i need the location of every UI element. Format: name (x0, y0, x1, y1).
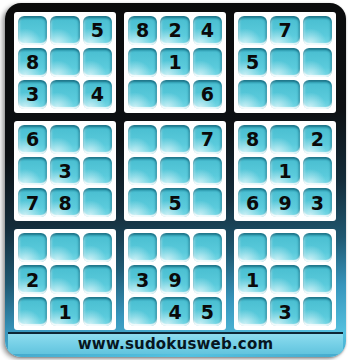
cell-r7c2[interactable] (50, 233, 79, 262)
cell-r6c5[interactable]: 5 (160, 188, 189, 217)
cell-r5c8[interactable]: 1 (270, 157, 299, 186)
cell-r3c9[interactable] (303, 80, 332, 109)
cell-r5c5[interactable] (160, 157, 189, 186)
box-r1c2: 82416 (124, 12, 226, 113)
cell-r4c5[interactable] (160, 125, 189, 154)
cell-r1c2[interactable] (50, 16, 79, 45)
cell-r9c8[interactable]: 3 (270, 297, 299, 326)
cell-r5c1[interactable] (18, 157, 47, 186)
cell-r7c7[interactable] (238, 233, 267, 262)
cell-r4c2[interactable] (50, 125, 79, 154)
sudoku-board-frame: 5834824167563787582169321394513 www.sudo… (5, 3, 346, 357)
cell-r3c3[interactable]: 4 (83, 80, 112, 109)
cell-r2c2[interactable] (50, 48, 79, 77)
footer-bar: www.sudokusweb.com (8, 332, 343, 354)
cell-r5c3[interactable] (83, 157, 112, 186)
cell-r3c6[interactable]: 6 (193, 80, 222, 109)
cell-r8c7[interactable]: 1 (238, 265, 267, 294)
cell-r4c8[interactable] (270, 125, 299, 154)
cell-r9c1[interactable] (18, 297, 47, 326)
cell-r5c7[interactable] (238, 157, 267, 186)
box-r2c3: 821693 (234, 121, 336, 222)
cell-r1c9[interactable] (303, 16, 332, 45)
cell-r2c5[interactable]: 1 (160, 48, 189, 77)
box-r2c2: 75 (124, 121, 226, 222)
cell-r6c8[interactable]: 9 (270, 188, 299, 217)
cell-r8c3[interactable] (83, 265, 112, 294)
cell-r2c8[interactable] (270, 48, 299, 77)
cell-r3c8[interactable] (270, 80, 299, 109)
cell-r6c9[interactable]: 3 (303, 188, 332, 217)
cell-r4c1[interactable]: 6 (18, 125, 47, 154)
cell-r1c7[interactable] (238, 16, 267, 45)
cell-r3c1[interactable]: 3 (18, 80, 47, 109)
cell-r5c4[interactable] (128, 157, 157, 186)
cell-r3c7[interactable] (238, 80, 267, 109)
cell-r9c9[interactable] (303, 297, 332, 326)
cell-r1c6[interactable]: 4 (193, 16, 222, 45)
cell-r7c5[interactable] (160, 233, 189, 262)
cell-r2c9[interactable] (303, 48, 332, 77)
cell-r3c2[interactable] (50, 80, 79, 109)
cell-r2c6[interactable] (193, 48, 222, 77)
cell-r8c8[interactable] (270, 265, 299, 294)
cell-r8c1[interactable]: 2 (18, 265, 47, 294)
cell-r2c1[interactable]: 8 (18, 48, 47, 77)
cell-r4c3[interactable] (83, 125, 112, 154)
cell-r9c6[interactable]: 5 (193, 297, 222, 326)
cell-r7c6[interactable] (193, 233, 222, 262)
cell-r5c2[interactable]: 3 (50, 157, 79, 186)
cell-r3c4[interactable] (128, 80, 157, 109)
cell-r2c4[interactable] (128, 48, 157, 77)
cell-r3c5[interactable] (160, 80, 189, 109)
cell-r9c2[interactable]: 1 (50, 297, 79, 326)
website-label: www.sudokusweb.com (78, 335, 273, 353)
cell-r7c3[interactable] (83, 233, 112, 262)
cell-r8c2[interactable] (50, 265, 79, 294)
cell-r4c7[interactable]: 8 (238, 125, 267, 154)
cell-r1c4[interactable]: 8 (128, 16, 157, 45)
cell-r1c8[interactable]: 7 (270, 16, 299, 45)
cell-r9c7[interactable] (238, 297, 267, 326)
cell-r9c5[interactable]: 4 (160, 297, 189, 326)
cell-r6c3[interactable] (83, 188, 112, 217)
cell-r6c2[interactable]: 8 (50, 188, 79, 217)
box-r2c1: 6378 (14, 121, 116, 222)
box-r1c1: 5834 (14, 12, 116, 113)
box-r3c2: 3945 (124, 229, 226, 330)
cell-r9c3[interactable] (83, 297, 112, 326)
box-r3c1: 21 (14, 229, 116, 330)
cell-r8c6[interactable] (193, 265, 222, 294)
cell-r8c9[interactable] (303, 265, 332, 294)
cell-r1c3[interactable]: 5 (83, 16, 112, 45)
cell-r4c6[interactable]: 7 (193, 125, 222, 154)
box-r3c3: 13 (234, 229, 336, 330)
cell-r5c6[interactable] (193, 157, 222, 186)
cell-r2c3[interactable] (83, 48, 112, 77)
cell-r7c8[interactable] (270, 233, 299, 262)
cell-r7c9[interactable] (303, 233, 332, 262)
cell-r5c9[interactable] (303, 157, 332, 186)
cell-r6c4[interactable] (128, 188, 157, 217)
cell-r1c5[interactable]: 2 (160, 16, 189, 45)
cell-r4c4[interactable] (128, 125, 157, 154)
cell-r6c7[interactable]: 6 (238, 188, 267, 217)
cell-r6c1[interactable]: 7 (18, 188, 47, 217)
cell-r4c9[interactable]: 2 (303, 125, 332, 154)
box-r1c3: 75 (234, 12, 336, 113)
cell-r8c5[interactable]: 9 (160, 265, 189, 294)
cell-r1c1[interactable] (18, 16, 47, 45)
sudoku-grid: 5834824167563787582169321394513 (14, 12, 336, 330)
cell-r8c4[interactable]: 3 (128, 265, 157, 294)
cell-r9c4[interactable] (128, 297, 157, 326)
cell-r6c6[interactable] (193, 188, 222, 217)
cell-r2c7[interactable]: 5 (238, 48, 267, 77)
cell-r7c4[interactable] (128, 233, 157, 262)
cell-r7c1[interactable] (18, 233, 47, 262)
